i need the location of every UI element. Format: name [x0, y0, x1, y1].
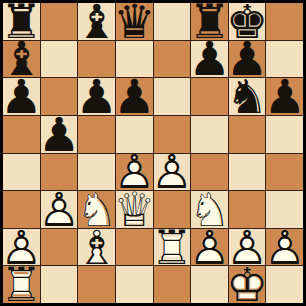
square-a1[interactable]: ♜♖ [3, 266, 40, 303]
square-h1[interactable] [266, 266, 303, 303]
square-b5[interactable]: ♟ [41, 116, 78, 153]
square-h8[interactable] [266, 3, 303, 40]
white-pawn[interactable]: ♟♙ [266, 229, 303, 266]
square-e1[interactable] [154, 266, 191, 303]
black-pawn-glyph: ♟ [266, 78, 303, 115]
white-pawn[interactable]: ♟♙ [191, 229, 228, 266]
square-b6[interactable] [41, 78, 78, 115]
square-h2[interactable]: ♟♙ [266, 229, 303, 266]
square-d7[interactable] [116, 41, 153, 78]
black-rook-glyph: ♜ [191, 3, 228, 40]
square-f2[interactable]: ♟♙ [191, 229, 228, 266]
white-knight[interactable]: ♞♘ [191, 191, 228, 228]
square-a6[interactable]: ♟ [3, 78, 40, 115]
square-a3[interactable] [3, 191, 40, 228]
white-queen-outline-layer: ♕ [116, 191, 153, 228]
white-king-outline-layer: ♔ [229, 266, 266, 303]
black-pawn-glyph: ♟ [3, 78, 40, 115]
white-pawn-outline-layer: ♙ [229, 229, 266, 266]
white-pawn-fill-layer: ♟ [3, 229, 40, 266]
square-d4[interactable]: ♟♙ [116, 154, 153, 191]
white-pawn-fill-layer: ♟ [116, 154, 153, 191]
square-g7[interactable]: ♟ [229, 41, 266, 78]
black-queen[interactable]: ♛ [116, 3, 153, 40]
white-pawn[interactable]: ♟♙ [41, 191, 78, 228]
square-f3[interactable]: ♞♘ [191, 191, 228, 228]
white-knight-outline-layer: ♘ [191, 191, 228, 228]
white-bishop-outline-layer: ♗ [78, 229, 115, 266]
black-bishop-glyph: ♝ [78, 3, 115, 40]
square-g4[interactable] [229, 154, 266, 191]
square-h5[interactable] [266, 116, 303, 153]
square-b3[interactable]: ♟♙ [41, 191, 78, 228]
white-knight-fill-layer: ♞ [191, 191, 228, 228]
square-a2[interactable]: ♟♙ [3, 229, 40, 266]
white-rook[interactable]: ♜♖ [3, 266, 40, 303]
square-d8[interactable]: ♛ [116, 3, 153, 40]
white-pawn-outline-layer: ♙ [3, 229, 40, 266]
black-pawn-glyph: ♟ [116, 78, 153, 115]
white-rook-outline-layer: ♖ [3, 266, 40, 303]
square-g2[interactable]: ♟♙ [229, 229, 266, 266]
black-rook-glyph: ♜ [3, 3, 40, 40]
square-d1[interactable] [116, 266, 153, 303]
white-pawn-fill-layer: ♟ [229, 229, 266, 266]
black-pawn[interactable]: ♟ [3, 78, 40, 115]
black-knight[interactable]: ♞ [229, 78, 266, 115]
square-f8[interactable]: ♜ [191, 3, 228, 40]
black-pawn[interactable]: ♟ [191, 41, 228, 78]
square-g3[interactable] [229, 191, 266, 228]
square-g8[interactable]: ♚ [229, 3, 266, 40]
square-b1[interactable] [41, 266, 78, 303]
square-g5[interactable] [229, 116, 266, 153]
white-bishop[interactable]: ♝♗ [78, 229, 115, 266]
black-bishop[interactable]: ♝ [78, 3, 115, 40]
black-pawn-glyph: ♟ [78, 78, 115, 115]
square-b2[interactable] [41, 229, 78, 266]
white-queen-fill-layer: ♛ [116, 191, 153, 228]
white-bishop-fill-layer: ♝ [78, 229, 115, 266]
white-pawn[interactable]: ♟♙ [3, 229, 40, 266]
square-h3[interactable] [266, 191, 303, 228]
white-queen[interactable]: ♛♕ [116, 191, 153, 228]
square-e5[interactable] [154, 116, 191, 153]
square-f1[interactable] [191, 266, 228, 303]
black-rook[interactable]: ♜ [3, 3, 40, 40]
black-bishop-glyph: ♝ [3, 41, 40, 78]
square-g6[interactable]: ♞ [229, 78, 266, 115]
white-pawn[interactable]: ♟♙ [229, 229, 266, 266]
board-frame: ♜♝♛♜♚♝♟♟♟♟♟♞♟♟♟♙♟♙♟♙♞♘♛♕♞♘♟♙♝♗♜♖♟♙♟♙♟♙♜♖… [0, 0, 306, 306]
black-pawn[interactable]: ♟ [229, 41, 266, 78]
black-pawn[interactable]: ♟ [116, 78, 153, 115]
white-pawn-outline-layer: ♙ [266, 229, 303, 266]
white-rook-fill-layer: ♜ [3, 266, 40, 303]
white-king-fill-layer: ♚ [229, 266, 266, 303]
square-b7[interactable] [41, 41, 78, 78]
square-a4[interactable] [3, 154, 40, 191]
chess-board: ♜♝♛♜♚♝♟♟♟♟♟♞♟♟♟♙♟♙♟♙♞♘♛♕♞♘♟♙♝♗♜♖♟♙♟♙♟♙♜♖… [3, 3, 303, 303]
black-king-glyph: ♚ [229, 3, 266, 40]
white-pawn[interactable]: ♟♙ [116, 154, 153, 191]
square-e7[interactable] [154, 41, 191, 78]
black-pawn-glyph: ♟ [41, 116, 78, 153]
white-pawn-outline-layer: ♙ [191, 229, 228, 266]
square-d5[interactable] [116, 116, 153, 153]
white-pawn-fill-layer: ♟ [266, 229, 303, 266]
white-knight-fill-layer: ♞ [78, 191, 115, 228]
square-h7[interactable] [266, 41, 303, 78]
white-rook[interactable]: ♜♖ [154, 229, 191, 266]
square-c3[interactable]: ♞♘ [78, 191, 115, 228]
white-pawn[interactable]: ♟♙ [154, 154, 191, 191]
black-bishop[interactable]: ♝ [3, 41, 40, 78]
black-knight-glyph: ♞ [229, 78, 266, 115]
square-d6[interactable]: ♟ [116, 78, 153, 115]
square-c8[interactable]: ♝ [78, 3, 115, 40]
square-e4[interactable]: ♟♙ [154, 154, 191, 191]
black-pawn[interactable]: ♟ [41, 116, 78, 153]
square-a5[interactable] [3, 116, 40, 153]
square-c7[interactable] [78, 41, 115, 78]
black-pawn-glyph: ♟ [229, 41, 266, 78]
square-e6[interactable] [154, 78, 191, 115]
white-rook-fill-layer: ♜ [154, 229, 191, 266]
square-c4[interactable] [78, 154, 115, 191]
black-pawn[interactable]: ♟ [266, 78, 303, 115]
white-pawn-fill-layer: ♟ [191, 229, 228, 266]
square-a8[interactable]: ♜ [3, 3, 40, 40]
white-pawn-fill-layer: ♟ [41, 191, 78, 228]
white-rook-outline-layer: ♖ [154, 229, 191, 266]
square-f4[interactable] [191, 154, 228, 191]
square-h6[interactable]: ♟ [266, 78, 303, 115]
white-pawn-outline-layer: ♙ [116, 154, 153, 191]
black-rook[interactable]: ♜ [191, 3, 228, 40]
square-d3[interactable]: ♛♕ [116, 191, 153, 228]
square-c5[interactable] [78, 116, 115, 153]
square-f6[interactable] [191, 78, 228, 115]
square-b8[interactable] [41, 3, 78, 40]
black-pawn[interactable]: ♟ [78, 78, 115, 115]
white-knight-outline-layer: ♘ [78, 191, 115, 228]
square-g1[interactable]: ♚♔ [229, 266, 266, 303]
white-pawn-outline-layer: ♙ [154, 154, 191, 191]
square-c6[interactable]: ♟ [78, 78, 115, 115]
black-king[interactable]: ♚ [229, 3, 266, 40]
square-b4[interactable] [41, 154, 78, 191]
square-f7[interactable]: ♟ [191, 41, 228, 78]
black-pawn-glyph: ♟ [191, 41, 228, 78]
square-h4[interactable] [266, 154, 303, 191]
white-pawn-fill-layer: ♟ [154, 154, 191, 191]
white-knight[interactable]: ♞♘ [78, 191, 115, 228]
square-a7[interactable]: ♝ [3, 41, 40, 78]
square-e8[interactable] [154, 3, 191, 40]
square-e2[interactable]: ♜♖ [154, 229, 191, 266]
black-queen-glyph: ♛ [116, 3, 153, 40]
square-c2[interactable]: ♝♗ [78, 229, 115, 266]
square-e3[interactable] [154, 191, 191, 228]
white-pawn-outline-layer: ♙ [41, 191, 78, 228]
white-king[interactable]: ♚♔ [229, 266, 266, 303]
square-d2[interactable] [116, 229, 153, 266]
square-f5[interactable] [191, 116, 228, 153]
square-c1[interactable] [78, 266, 115, 303]
